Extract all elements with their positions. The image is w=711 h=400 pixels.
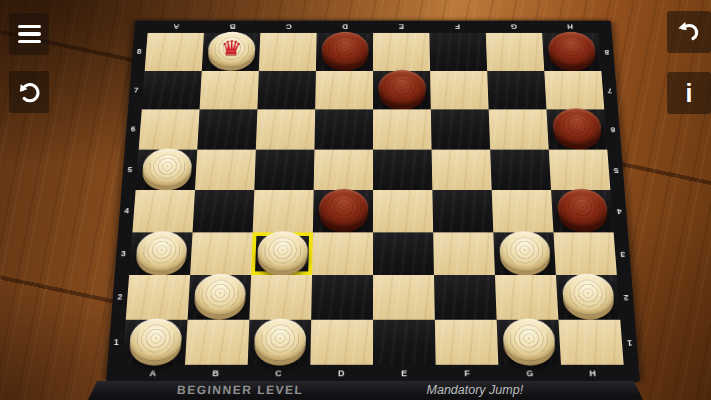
square-g6[interactable] (489, 109, 549, 149)
red-piece[interactable] (547, 32, 596, 67)
square-d5[interactable] (314, 149, 373, 190)
top-column-label-h: H (541, 21, 598, 33)
square-g2[interactable] (495, 275, 558, 319)
white-piece[interactable] (561, 274, 614, 315)
bottom-column-label-a: A (121, 365, 185, 382)
white-piece[interactable] (502, 318, 555, 360)
menu-button[interactable] (9, 13, 49, 55)
frame-corner (598, 21, 612, 33)
bottom-column-label-g: G (498, 365, 562, 382)
square-c7[interactable] (257, 71, 316, 110)
info-icon: i (686, 81, 693, 106)
white-piece[interactable] (128, 318, 182, 360)
square-d2[interactable] (311, 275, 373, 319)
white-king-piece[interactable]: ♛ (207, 32, 255, 67)
bottom-column-label-f: F (436, 365, 499, 382)
red-piece[interactable] (556, 189, 608, 228)
square-c6[interactable] (256, 109, 315, 149)
square-f3[interactable] (433, 232, 495, 275)
square-c8[interactable] (259, 33, 317, 71)
frame-corner (134, 21, 148, 33)
square-a4[interactable] (132, 190, 195, 232)
white-piece[interactable] (141, 148, 192, 186)
square-b3[interactable] (190, 232, 253, 275)
square-f1[interactable] (435, 319, 499, 365)
square-c5[interactable] (254, 149, 314, 190)
square-e5[interactable] (373, 149, 432, 190)
square-b6[interactable] (197, 109, 257, 149)
top-column-label-e: E (373, 21, 429, 33)
undo-button[interactable] (667, 11, 711, 53)
square-h6[interactable] (546, 109, 607, 149)
bottom-column-label-d: D (310, 365, 373, 382)
square-c1[interactable] (248, 319, 312, 365)
square-h2[interactable] (556, 275, 620, 319)
square-g3[interactable] (493, 232, 556, 275)
level-label: BEGINNER LEVEL (176, 383, 303, 397)
square-g8[interactable] (486, 33, 545, 71)
info-button[interactable]: i (667, 72, 711, 114)
square-h3[interactable] (553, 232, 616, 275)
square-d3[interactable] (312, 232, 373, 275)
white-piece[interactable] (193, 274, 246, 315)
square-d4[interactable] (313, 190, 373, 232)
hamburger-icon (18, 25, 41, 44)
square-g4[interactable] (492, 190, 554, 232)
top-column-label-g: G (485, 21, 542, 33)
square-a2[interactable] (126, 275, 190, 319)
square-b2[interactable] (188, 275, 251, 319)
square-a5[interactable] (136, 149, 198, 190)
square-a7[interactable] (142, 71, 202, 110)
square-e3[interactable] (373, 232, 434, 275)
square-b7[interactable] (200, 71, 259, 110)
square-b4[interactable] (193, 190, 255, 232)
square-e2[interactable] (373, 275, 435, 319)
square-d8[interactable] (316, 33, 373, 71)
square-b8[interactable]: ♛ (202, 33, 261, 71)
restart-icon (16, 79, 43, 106)
bottom-column-label-c: C (247, 365, 310, 382)
square-f7[interactable] (430, 71, 489, 110)
square-g1[interactable] (497, 319, 561, 365)
square-f5[interactable] (432, 149, 492, 190)
bottom-column-label-e: E (373, 365, 436, 382)
top-column-label-d: D (317, 21, 373, 33)
square-e6[interactable] (373, 109, 432, 149)
square-b1[interactable] (185, 319, 249, 365)
restart-button[interactable] (9, 71, 49, 113)
rule-message: Mandatory Jump! (427, 383, 524, 397)
square-h5[interactable] (549, 149, 611, 190)
square-h1[interactable] (558, 319, 623, 365)
red-piece[interactable] (321, 32, 368, 67)
frame-corner (106, 365, 122, 382)
square-e7[interactable] (373, 71, 431, 110)
square-h8[interactable] (542, 33, 601, 71)
bottom-column-label-h: H (561, 365, 625, 382)
square-h7[interactable] (544, 71, 604, 110)
top-column-label-f: F (429, 21, 486, 33)
square-g7[interactable] (487, 71, 546, 110)
board-grid: ABCDEFGH8♛877665544332211ABCDEFGH (106, 21, 640, 382)
square-a1[interactable] (122, 319, 187, 365)
top-column-label-b: B (204, 21, 261, 33)
red-piece[interactable] (551, 109, 601, 146)
white-piece[interactable] (135, 231, 188, 271)
king-crown-icon: ♛ (220, 38, 243, 59)
square-f8[interactable] (429, 33, 487, 71)
white-piece[interactable] (257, 231, 308, 271)
square-e1[interactable] (373, 319, 436, 365)
top-column-label-c: C (260, 21, 317, 33)
red-piece[interactable] (378, 70, 426, 106)
white-piece[interactable] (499, 231, 551, 271)
square-b5[interactable] (195, 149, 256, 190)
square-f2[interactable] (434, 275, 497, 319)
square-d7[interactable] (315, 71, 373, 110)
square-a3[interactable] (129, 232, 192, 275)
square-c3[interactable] (251, 232, 313, 275)
square-c4[interactable] (253, 190, 314, 232)
square-e8[interactable] (373, 33, 430, 71)
square-d6[interactable] (314, 109, 373, 149)
top-column-label-a: A (148, 21, 205, 33)
square-h4[interactable] (551, 190, 614, 232)
undo-icon (675, 18, 703, 46)
board-front-face: BEGINNER LEVEL Mandatory Jump! (88, 381, 643, 400)
red-piece[interactable] (318, 189, 368, 228)
square-c2[interactable] (249, 275, 312, 319)
square-e4[interactable] (373, 190, 433, 232)
white-piece[interactable] (253, 318, 306, 360)
square-f6[interactable] (431, 109, 490, 149)
square-f4[interactable] (432, 190, 493, 232)
square-a8[interactable] (145, 33, 204, 71)
square-a6[interactable] (139, 109, 200, 149)
bottom-column-label-b: B (184, 365, 248, 382)
frame-corner (624, 365, 640, 382)
square-d1[interactable] (310, 319, 373, 365)
square-g5[interactable] (490, 149, 551, 190)
